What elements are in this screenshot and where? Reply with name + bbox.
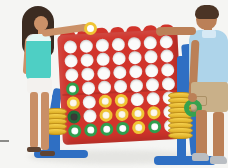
- empty-hole-c6r3: [146, 91, 160, 105]
- disc-c6r2: [147, 105, 161, 119]
- disc-c4r1: [115, 121, 129, 135]
- empty-hole-c5r3: [130, 92, 144, 106]
- empty-hole-c7r7: [159, 35, 173, 49]
- empty-hole-c5r7: [127, 36, 141, 50]
- empty-hole-c2r6: [80, 53, 94, 67]
- empty-hole-c2r4: [81, 81, 95, 95]
- empty-hole-c4r5: [112, 65, 126, 79]
- empty-hole-c2r2: [83, 109, 97, 123]
- empty-hole-c7r4: [161, 77, 175, 91]
- disc-c5r2: [131, 106, 145, 120]
- boy-shoe: [192, 153, 209, 161]
- empty-hole-c3r6: [96, 52, 110, 66]
- disc-c1r3: [66, 96, 80, 110]
- scene-photo: [0, 0, 228, 168]
- girl-sandal: [40, 151, 55, 156]
- empty-hole-c6r5: [144, 64, 158, 78]
- storage-ring: [168, 132, 193, 139]
- empty-hole-c4r4: [113, 79, 127, 93]
- girl-shorts: [27, 78, 52, 93]
- girl-sandal: [27, 147, 41, 152]
- empty-hole-c5r6: [128, 50, 142, 64]
- boy-collar: [202, 30, 216, 38]
- empty-hole-c5r4: [129, 78, 143, 92]
- disc-c1r2: [67, 110, 81, 124]
- disc-c5r1: [131, 120, 145, 134]
- held-yellow-disc: [84, 22, 97, 35]
- girl-tank-top: [26, 34, 51, 80]
- boy-leg: [196, 110, 207, 156]
- board-grid: [62, 34, 179, 138]
- boy-hand-on-board: [156, 27, 165, 36]
- boy-leg: [213, 112, 224, 158]
- disc-c1r1: [67, 124, 81, 138]
- disc-c4r3: [114, 93, 128, 107]
- boy-shoe: [210, 156, 227, 164]
- girl-leg: [41, 92, 49, 150]
- boy-hair: [195, 5, 219, 19]
- empty-hole-c7r6: [160, 49, 174, 63]
- empty-hole-c1r6: [64, 54, 78, 68]
- empty-hole-c2r7: [79, 39, 93, 53]
- disc-c3r1: [99, 122, 113, 136]
- empty-hole-c6r6: [144, 50, 158, 64]
- empty-hole-c3r5: [96, 66, 110, 80]
- empty-hole-c1r5: [65, 68, 79, 82]
- empty-hole-c2r5: [80, 67, 94, 81]
- empty-hole-c6r7: [143, 36, 157, 50]
- disc-c4r2: [115, 107, 129, 121]
- empty-hole-c6r4: [145, 77, 159, 91]
- boy-hand: [188, 93, 197, 102]
- disc-c2r1: [83, 123, 97, 137]
- connect-four-board: [57, 25, 183, 147]
- girl-leg: [30, 92, 38, 148]
- empty-hole-c5r5: [128, 64, 142, 78]
- boy-arm-on-board: [160, 27, 196, 35]
- empty-hole-c4r7: [111, 37, 125, 51]
- empty-hole-c3r4: [97, 80, 111, 94]
- empty-hole-c4r6: [112, 51, 126, 65]
- disc-c6r1: [147, 119, 161, 133]
- photo-edge-artifact: [0, 140, 9, 142]
- disc-c3r2: [99, 108, 113, 122]
- empty-hole-c7r5: [160, 63, 174, 77]
- disc-c3r3: [98, 94, 112, 108]
- empty-hole-c1r7: [63, 40, 77, 54]
- empty-hole-c3r7: [95, 38, 109, 52]
- empty-hole-c2r3: [82, 95, 96, 109]
- disc-c1r4: [65, 82, 79, 96]
